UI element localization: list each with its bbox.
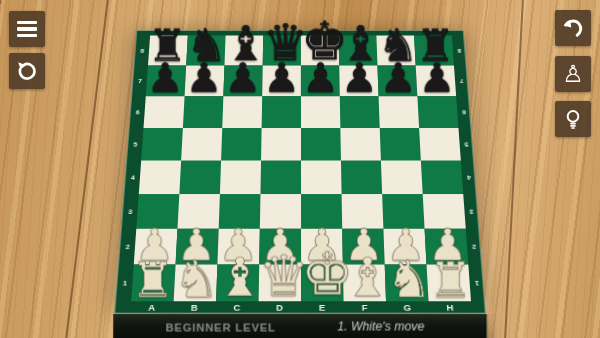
- menu-button[interactable]: [9, 11, 45, 47]
- piece-white-rook-h1[interactable]: ♜: [429, 255, 472, 304]
- square-c5[interactable]: [221, 128, 262, 161]
- piece-white-knight-g1[interactable]: ♞: [386, 253, 429, 304]
- undo-arrow-icon: [560, 15, 586, 41]
- board-3d: 88♜♞♝♛♚♝♞♜77♟♟♟♟♟♟♟♟6655443322♟♟♟♟♟♟♟♟11…: [114, 30, 486, 313]
- piece-white-rook-a1[interactable]: ♜: [131, 255, 174, 304]
- square-d5[interactable]: [261, 128, 301, 161]
- rotate-board-button[interactable]: [9, 53, 45, 89]
- piece-white-knight-b1[interactable]: ♞: [173, 253, 216, 304]
- piece-black-pawn-g7[interactable]: ♟: [379, 58, 418, 99]
- rotate-icon: [15, 59, 39, 83]
- board-front-edge: BEGINNER LEVEL 1. White's move: [113, 314, 487, 338]
- square-f5[interactable]: [340, 128, 381, 161]
- square-b7[interactable]: ♟: [185, 65, 225, 96]
- square-h7[interactable]: ♟: [416, 65, 456, 96]
- chess-app: 88♜♞♝♛♚♝♞♜77♟♟♟♟♟♟♟♟6655443322♟♟♟♟♟♟♟♟11…: [0, 0, 600, 338]
- square-g6[interactable]: [379, 96, 420, 128]
- square-a7[interactable]: ♟: [146, 65, 186, 96]
- piece-white-bishop-c1[interactable]: ♝: [216, 251, 259, 304]
- square-b4[interactable]: [179, 161, 221, 195]
- square-a1[interactable]: ♜: [131, 264, 175, 301]
- rank-label-5: 5: [458, 128, 474, 161]
- square-h4[interactable]: [421, 161, 463, 195]
- square-f4[interactable]: [341, 161, 382, 195]
- lightbulb-icon: [561, 107, 585, 131]
- move-indicator: 1. White's move: [337, 320, 424, 333]
- square-f1[interactable]: ♝: [343, 264, 386, 301]
- player-mode-button[interactable]: ♙: [555, 56, 591, 92]
- square-h1[interactable]: ♜: [427, 264, 471, 301]
- piece-white-king-e1[interactable]: ♚: [301, 246, 344, 304]
- square-a4[interactable]: [139, 161, 181, 195]
- square-h6[interactable]: [417, 96, 458, 128]
- square-c4[interactable]: [220, 161, 261, 195]
- square-d1[interactable]: ♛: [259, 264, 301, 301]
- piece-black-pawn-c7[interactable]: ♟: [223, 58, 262, 99]
- piece-black-pawn-d7[interactable]: ♟: [262, 58, 301, 99]
- square-d6[interactable]: [262, 96, 301, 128]
- square-e5[interactable]: [301, 128, 341, 161]
- square-g7[interactable]: ♟: [377, 65, 417, 96]
- square-h5[interactable]: [419, 128, 461, 161]
- hint-button[interactable]: [555, 101, 591, 137]
- square-f7[interactable]: ♟: [339, 65, 378, 96]
- piece-black-pawn-h7[interactable]: ♟: [417, 58, 456, 99]
- board-frame: 88♜♞♝♛♚♝♞♜77♟♟♟♟♟♟♟♟6655443322♟♟♟♟♟♟♟♟11…: [114, 30, 486, 313]
- rank-label-4: 4: [125, 161, 142, 195]
- undo-button[interactable]: [555, 10, 591, 46]
- square-e7[interactable]: ♟: [301, 65, 340, 96]
- piece-black-pawn-b7[interactable]: ♟: [184, 58, 223, 99]
- piece-black-pawn-f7[interactable]: ♟: [340, 58, 379, 99]
- square-c6[interactable]: [222, 96, 262, 128]
- rank-label-4: 4: [461, 161, 478, 195]
- square-a5[interactable]: [141, 128, 183, 161]
- piece-white-bishop-f1[interactable]: ♝: [344, 251, 387, 304]
- square-e6[interactable]: [301, 96, 340, 128]
- rank-label-6: 6: [456, 96, 472, 128]
- pawn-icon: ♙: [562, 62, 584, 86]
- square-b6[interactable]: [183, 96, 223, 128]
- square-b1[interactable]: ♞: [174, 264, 218, 301]
- square-e4[interactable]: [301, 161, 342, 195]
- square-g5[interactable]: [380, 128, 421, 161]
- square-c7[interactable]: ♟: [223, 65, 262, 96]
- square-a6[interactable]: [144, 96, 185, 128]
- square-e1[interactable]: ♚: [301, 264, 344, 301]
- difficulty-label: BEGINNER LEVEL: [165, 321, 275, 334]
- square-g4[interactable]: [381, 161, 423, 195]
- piece-black-pawn-a7[interactable]: ♟: [146, 58, 185, 99]
- square-c1[interactable]: ♝: [216, 264, 259, 301]
- square-d7[interactable]: ♟: [262, 65, 301, 96]
- board-scene: 88♜♞♝♛♚♝♞♜77♟♟♟♟♟♟♟♟6655443322♟♟♟♟♟♟♟♟11…: [0, 0, 600, 338]
- square-d4[interactable]: [260, 161, 301, 195]
- square-f6[interactable]: [340, 96, 380, 128]
- square-b5[interactable]: [181, 128, 222, 161]
- hamburger-icon: [17, 21, 37, 37]
- piece-black-pawn-e7[interactable]: ♟: [301, 58, 340, 99]
- piece-white-queen-d1[interactable]: ♛: [259, 248, 302, 304]
- rank-label-5: 5: [127, 128, 143, 161]
- square-g1[interactable]: ♞: [385, 264, 429, 301]
